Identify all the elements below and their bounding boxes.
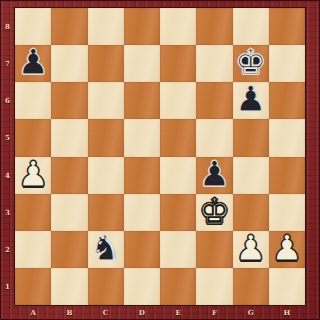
- square-f2: [196, 231, 232, 268]
- square-c2: ♞: [88, 231, 124, 268]
- piece-white-pawn-g2: ♟: [235, 231, 266, 266]
- file-label-a: A: [15, 305, 51, 320]
- piece-black-king-g7: ♚: [235, 45, 266, 80]
- square-e7: [160, 45, 196, 82]
- square-a3: [15, 194, 51, 231]
- square-e8: [160, 8, 196, 45]
- square-g4: [233, 157, 269, 194]
- square-c8: [88, 8, 124, 45]
- rank-label-5: 5: [0, 119, 15, 156]
- square-h1: [269, 268, 305, 305]
- piece-black-pawn-a7: ♟: [17, 45, 48, 80]
- square-d1: [124, 268, 160, 305]
- square-b1: [51, 268, 87, 305]
- square-e3: [160, 194, 196, 231]
- square-a7: ♟: [15, 45, 51, 82]
- square-c1: [88, 268, 124, 305]
- square-a1: [15, 268, 51, 305]
- square-e5: [160, 119, 196, 156]
- square-g2: ♟: [233, 231, 269, 268]
- piece-white-king-f3: ♚: [199, 194, 230, 229]
- file-labels: ABCDEFGH: [15, 305, 305, 320]
- piece-white-pawn-h2: ♟: [271, 231, 302, 266]
- rank-label-7: 7: [0, 45, 15, 82]
- square-f8: [196, 8, 232, 45]
- square-g7: ♚: [233, 45, 269, 82]
- piece-black-pawn-g6: ♟: [235, 82, 266, 117]
- rank-label-4: 4: [0, 157, 15, 194]
- square-h8: [269, 8, 305, 45]
- square-g6: ♟: [233, 82, 269, 119]
- square-e6: [160, 82, 196, 119]
- piece-black-knight-c2: ♞: [90, 231, 121, 266]
- file-label-d: D: [124, 305, 160, 320]
- square-a4: ♟: [15, 157, 51, 194]
- square-h7: [269, 45, 305, 82]
- rank-labels: 87654321: [0, 8, 15, 305]
- chess-diagram: ♟♚♟♟♟♚♞♟♟ 87654321 ABCDEFGH: [0, 0, 320, 320]
- square-d4: [124, 157, 160, 194]
- square-d2: [124, 231, 160, 268]
- square-f4: ♟: [196, 157, 232, 194]
- rank-label-2: 2: [0, 231, 15, 268]
- square-c3: [88, 194, 124, 231]
- square-g3: [233, 194, 269, 231]
- square-a6: [15, 82, 51, 119]
- square-g8: [233, 8, 269, 45]
- square-b6: [51, 82, 87, 119]
- square-d8: [124, 8, 160, 45]
- rank-label-1: 1: [0, 268, 15, 305]
- square-b3: [51, 194, 87, 231]
- square-b5: [51, 119, 87, 156]
- piece-black-pawn-f4: ♟: [199, 157, 230, 192]
- square-f7: [196, 45, 232, 82]
- file-label-f: F: [196, 305, 232, 320]
- square-e4: [160, 157, 196, 194]
- square-b4: [51, 157, 87, 194]
- piece-white-pawn-a4: ♟: [17, 157, 48, 192]
- square-a5: [15, 119, 51, 156]
- square-f3: ♚: [196, 194, 232, 231]
- rank-label-8: 8: [0, 8, 15, 45]
- square-d6: [124, 82, 160, 119]
- square-f1: [196, 268, 232, 305]
- file-label-e: E: [160, 305, 196, 320]
- square-c7: [88, 45, 124, 82]
- square-d7: [124, 45, 160, 82]
- square-h6: [269, 82, 305, 119]
- square-c4: [88, 157, 124, 194]
- square-h3: [269, 194, 305, 231]
- file-label-c: C: [88, 305, 124, 320]
- square-b8: [51, 8, 87, 45]
- square-a8: [15, 8, 51, 45]
- file-label-h: H: [269, 305, 305, 320]
- square-h4: [269, 157, 305, 194]
- square-c6: [88, 82, 124, 119]
- square-g5: [233, 119, 269, 156]
- square-d5: [124, 119, 160, 156]
- chess-board: ♟♚♟♟♟♚♞♟♟: [15, 8, 305, 305]
- square-c5: [88, 119, 124, 156]
- square-h2: ♟: [269, 231, 305, 268]
- rank-label-6: 6: [0, 82, 15, 119]
- square-b7: [51, 45, 87, 82]
- square-e1: [160, 268, 196, 305]
- file-label-g: G: [233, 305, 269, 320]
- square-f6: [196, 82, 232, 119]
- square-f5: [196, 119, 232, 156]
- rank-label-3: 3: [0, 194, 15, 231]
- square-e2: [160, 231, 196, 268]
- square-a2: [15, 231, 51, 268]
- square-h5: [269, 119, 305, 156]
- square-d3: [124, 194, 160, 231]
- square-b2: [51, 231, 87, 268]
- file-label-b: B: [51, 305, 87, 320]
- square-g1: [233, 268, 269, 305]
